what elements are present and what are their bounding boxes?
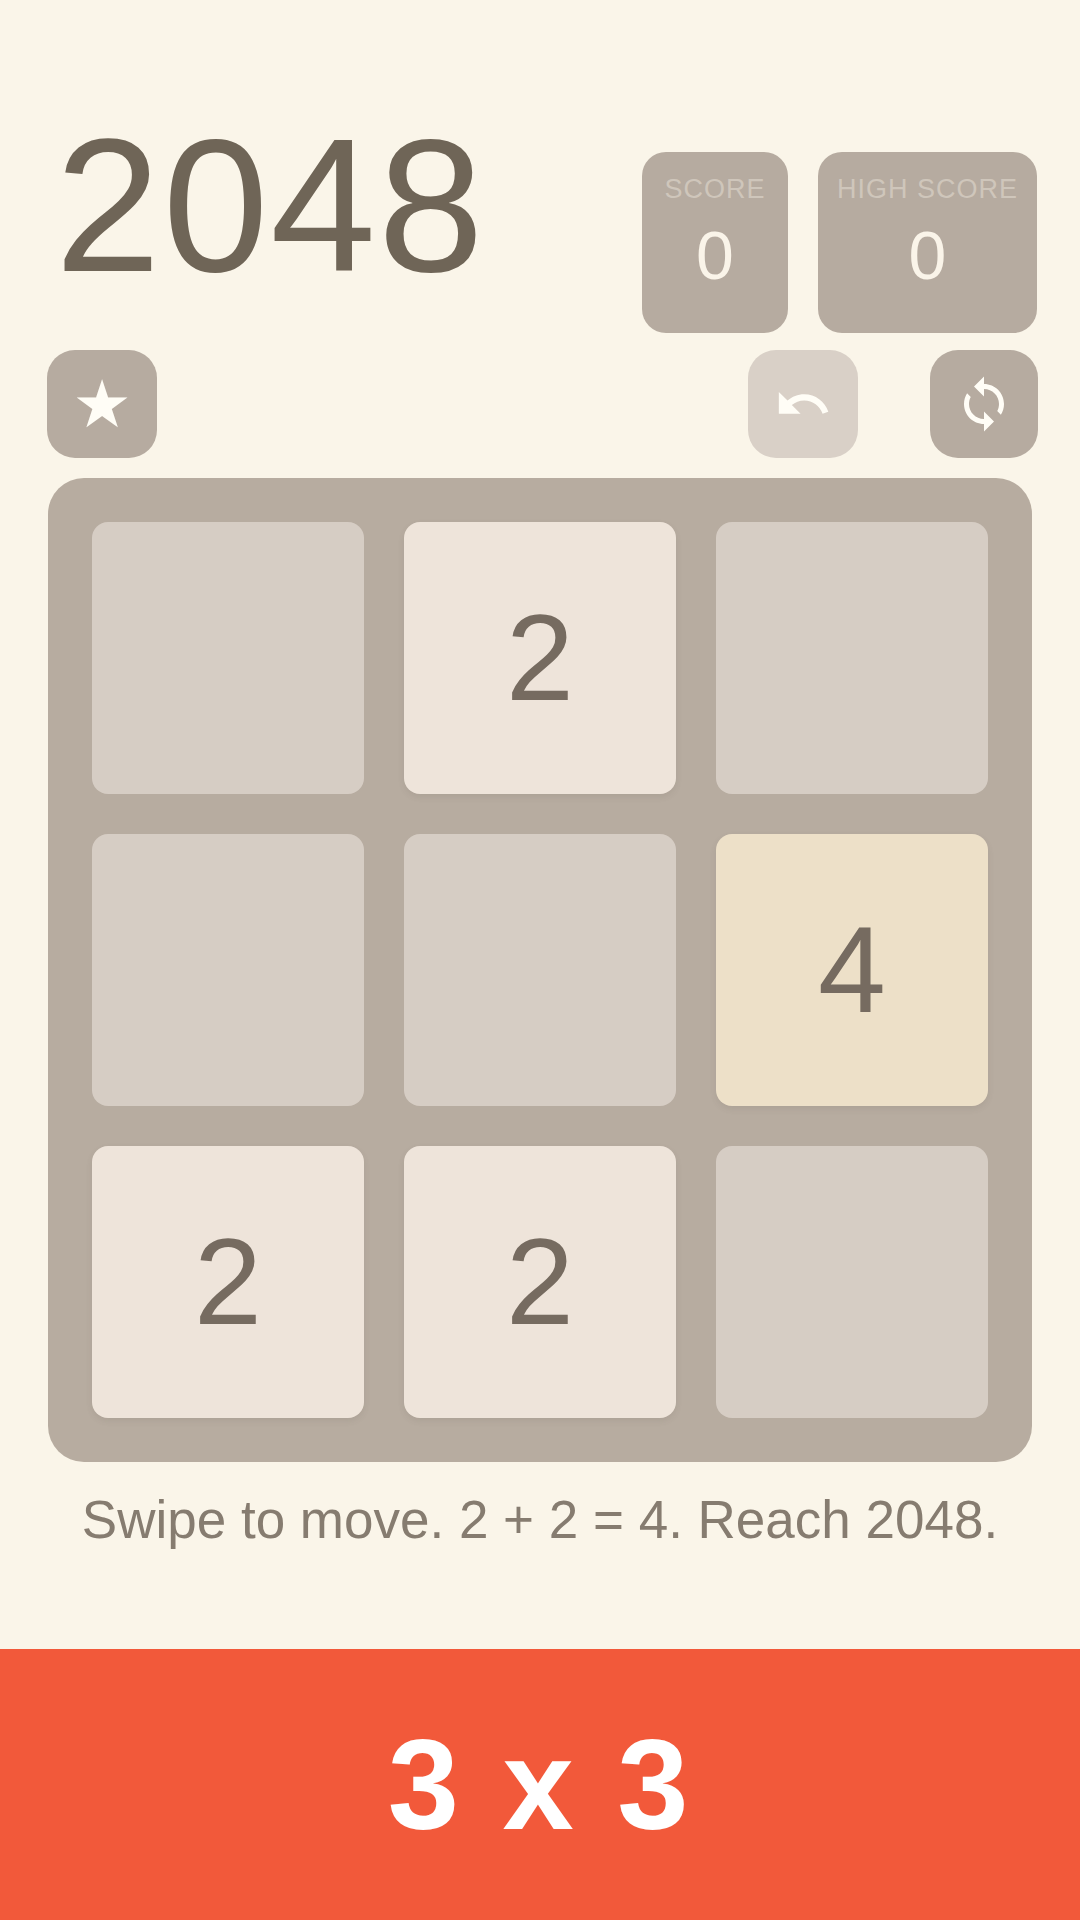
undo-icon [774, 375, 832, 433]
cell-r2c2 [716, 1146, 988, 1418]
favorite-button[interactable]: ★ [47, 350, 157, 458]
refresh-icon [954, 374, 1014, 434]
app-screen: 2048 SCORE 0 HIGH SCORE 0 ★ 2 4 2 2 [0, 0, 1080, 1920]
undo-button[interactable] [748, 350, 858, 458]
cell-r1c2: 4 [716, 834, 988, 1106]
game-title: 2048 [55, 110, 486, 300]
star-icon: ★ [72, 371, 131, 437]
grid-size-button[interactable]: 3 x 3 [0, 1649, 1080, 1920]
high-score-value: 0 [909, 221, 947, 289]
high-score-box: HIGH SCORE 0 [818, 152, 1037, 333]
score-value: 0 [696, 221, 734, 289]
cell-r2c1: 2 [404, 1146, 676, 1418]
cell-r0c0 [92, 522, 364, 794]
cell-r2c0: 2 [92, 1146, 364, 1418]
cell-r0c2 [716, 522, 988, 794]
score-label: SCORE [664, 176, 765, 203]
score-box: SCORE 0 [642, 152, 788, 333]
cell-r0c1: 2 [404, 522, 676, 794]
game-board[interactable]: 2 4 2 2 [48, 478, 1032, 1462]
high-score-label: HIGH SCORE [837, 176, 1018, 203]
restart-button[interactable] [930, 350, 1038, 458]
grid-size-label: 3 x 3 [388, 1721, 693, 1849]
cell-r1c0 [92, 834, 364, 1106]
cell-r1c1 [404, 834, 676, 1106]
instructions-text: Swipe to move. 2 + 2 = 4. Reach 2048. [0, 1488, 1080, 1552]
